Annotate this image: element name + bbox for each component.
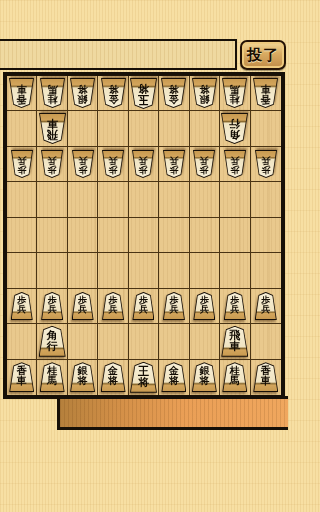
cell-85[interactable] xyxy=(37,218,67,253)
cell-78[interactable] xyxy=(68,324,98,359)
cell-15[interactable] xyxy=(251,218,281,253)
piece-kanji: 角行 xyxy=(39,326,66,357)
piece-kanji: 香車 xyxy=(9,362,34,392)
piece-kanji: 歩兵 xyxy=(163,150,185,178)
cell-88[interactable]: 角行 xyxy=(37,324,67,359)
cell-13[interactable]: 歩兵 xyxy=(251,147,281,182)
piece-lance-gote[interactable]: 香車 xyxy=(253,78,278,108)
piece-kanji: 歩兵 xyxy=(41,292,63,320)
app-screen: 投了 香車桂馬銀将金将玉将金将銀将桂馬香車飛車角行歩兵歩兵歩兵歩兵歩兵歩兵歩兵歩… xyxy=(0,0,288,512)
cell-22[interactable]: 角行 xyxy=(220,111,250,146)
piece-rook-gote[interactable]: 飛車 xyxy=(39,113,66,144)
cell-69[interactable]: 金将 xyxy=(98,360,128,395)
piece-pawn-gote[interactable]: 歩兵 xyxy=(132,150,154,178)
piece-pawn-sente[interactable]: 歩兵 xyxy=(132,292,154,320)
piece-king-gote[interactable]: 玉将 xyxy=(130,78,157,109)
cell-34[interactable] xyxy=(190,182,220,217)
cell-96[interactable] xyxy=(7,253,37,288)
cell-45[interactable] xyxy=(159,218,189,253)
piece-kanji: 銀将 xyxy=(70,78,95,108)
piece-knight-sente[interactable]: 桂馬 xyxy=(40,362,65,392)
cell-84[interactable] xyxy=(37,182,67,217)
piece-kanji: 歩兵 xyxy=(132,150,154,178)
piece-kanji: 桂馬 xyxy=(222,362,247,392)
cell-12[interactable] xyxy=(251,111,281,146)
cell-56[interactable] xyxy=(129,253,159,288)
cell-75[interactable] xyxy=(68,218,98,253)
cell-66[interactable] xyxy=(98,253,128,288)
cell-33[interactable]: 歩兵 xyxy=(190,147,220,182)
piece-silver-gote[interactable]: 銀将 xyxy=(70,78,95,108)
cell-14[interactable] xyxy=(251,182,281,217)
piece-kanji: 金将 xyxy=(161,362,186,392)
piece-kanji: 歩兵 xyxy=(102,292,124,320)
cell-43[interactable]: 歩兵 xyxy=(159,147,189,182)
cell-68[interactable] xyxy=(98,324,128,359)
piece-kanji: 歩兵 xyxy=(255,150,277,178)
piece-gold-sente[interactable]: 金将 xyxy=(161,362,186,392)
piece-kanji: 歩兵 xyxy=(41,150,63,178)
cell-53[interactable]: 歩兵 xyxy=(129,147,159,182)
cell-81[interactable]: 桂馬 xyxy=(37,76,67,111)
piece-lance-sente[interactable]: 香車 xyxy=(9,362,34,392)
cell-47[interactable]: 歩兵 xyxy=(159,289,189,324)
piece-kanji: 飛車 xyxy=(221,326,248,357)
piece-kanji: 桂馬 xyxy=(40,362,65,392)
piece-kanji: 飛車 xyxy=(39,113,66,144)
resign-button[interactable]: 投了 xyxy=(240,40,286,70)
piece-kanji: 歩兵 xyxy=(255,292,277,320)
piece-kanji: 王将 xyxy=(130,362,157,393)
piece-bishop-sente[interactable]: 角行 xyxy=(39,326,66,357)
cell-16[interactable] xyxy=(251,253,281,288)
cell-18[interactable] xyxy=(251,324,281,359)
cell-64[interactable] xyxy=(98,182,128,217)
piece-pawn-sente[interactable]: 歩兵 xyxy=(193,292,215,320)
piece-pawn-sente[interactable]: 歩兵 xyxy=(224,292,246,320)
piece-pawn-sente[interactable]: 歩兵 xyxy=(41,292,63,320)
piece-kanji: 角行 xyxy=(221,113,248,144)
cell-36[interactable] xyxy=(190,253,220,288)
piece-kanji: 歩兵 xyxy=(11,292,33,320)
cell-52[interactable] xyxy=(129,111,159,146)
cell-83[interactable]: 歩兵 xyxy=(37,147,67,182)
cell-82[interactable]: 飛車 xyxy=(37,111,67,146)
cell-65[interactable] xyxy=(98,218,128,253)
cell-89[interactable]: 桂馬 xyxy=(37,360,67,395)
cell-37[interactable]: 歩兵 xyxy=(190,289,220,324)
piece-pawn-gote[interactable]: 歩兵 xyxy=(11,150,33,178)
cell-95[interactable] xyxy=(7,218,37,253)
cell-17[interactable]: 歩兵 xyxy=(251,289,281,324)
cell-76[interactable] xyxy=(68,253,98,288)
cell-38[interactable] xyxy=(190,324,220,359)
piece-rook-sente[interactable]: 飛車 xyxy=(221,326,248,357)
piece-kanji: 桂馬 xyxy=(222,78,247,108)
piece-king-sente[interactable]: 王将 xyxy=(130,362,157,393)
piece-lance-sente[interactable]: 香車 xyxy=(253,362,278,392)
cell-54[interactable] xyxy=(129,182,159,217)
piece-silver-sente[interactable]: 銀将 xyxy=(192,362,217,392)
cell-98[interactable] xyxy=(7,324,37,359)
cell-73[interactable]: 歩兵 xyxy=(68,147,98,182)
piece-kanji: 歩兵 xyxy=(72,150,94,178)
piece-kanji: 金将 xyxy=(161,78,186,108)
cell-55[interactable] xyxy=(129,218,159,253)
piece-pawn-gote[interactable]: 歩兵 xyxy=(224,150,246,178)
cell-71[interactable]: 銀将 xyxy=(68,76,98,111)
piece-kanji: 香車 xyxy=(9,78,34,108)
cell-28[interactable]: 飛車 xyxy=(220,324,250,359)
gote-captured-tray xyxy=(0,39,237,70)
cell-19[interactable]: 香車 xyxy=(251,360,281,395)
piece-kanji: 桂馬 xyxy=(40,78,65,108)
cell-57[interactable]: 歩兵 xyxy=(129,289,159,324)
cell-44[interactable] xyxy=(159,182,189,217)
piece-pawn-sente[interactable]: 歩兵 xyxy=(72,292,94,320)
cell-46[interactable] xyxy=(159,253,189,288)
cell-79[interactable]: 銀将 xyxy=(68,360,98,395)
cell-72[interactable] xyxy=(68,111,98,146)
piece-knight-gote[interactable]: 桂馬 xyxy=(40,78,65,108)
cell-77[interactable]: 歩兵 xyxy=(68,289,98,324)
piece-silver-sente[interactable]: 銀将 xyxy=(70,362,95,392)
piece-kanji: 歩兵 xyxy=(72,292,94,320)
cell-41[interactable]: 金将 xyxy=(159,76,189,111)
piece-kanji: 香車 xyxy=(253,362,278,392)
piece-kanji: 銀将 xyxy=(192,362,217,392)
piece-kanji: 歩兵 xyxy=(224,292,246,320)
piece-kanji: 歩兵 xyxy=(193,292,215,320)
sente-captured-tray xyxy=(57,396,288,430)
piece-pawn-sente[interactable]: 歩兵 xyxy=(255,292,277,320)
cell-62[interactable] xyxy=(98,111,128,146)
cell-61[interactable]: 金将 xyxy=(98,76,128,111)
cell-63[interactable]: 歩兵 xyxy=(98,147,128,182)
cell-35[interactable] xyxy=(190,218,220,253)
piece-pawn-sente[interactable]: 歩兵 xyxy=(11,292,33,320)
piece-gold-gote[interactable]: 金将 xyxy=(101,78,126,108)
piece-kanji: 香車 xyxy=(253,78,278,108)
piece-kanji: 歩兵 xyxy=(11,150,33,178)
piece-lance-gote[interactable]: 香車 xyxy=(9,78,34,108)
cell-48[interactable] xyxy=(159,324,189,359)
cell-58[interactable] xyxy=(129,324,159,359)
shogi-board: 香車桂馬銀将金将玉将金将銀将桂馬香車飛車角行歩兵歩兵歩兵歩兵歩兵歩兵歩兵歩兵歩兵… xyxy=(3,72,285,399)
piece-bishop-gote[interactable]: 角行 xyxy=(221,113,248,144)
piece-kanji: 金将 xyxy=(101,78,126,108)
cell-27[interactable]: 歩兵 xyxy=(220,289,250,324)
piece-kanji: 歩兵 xyxy=(102,150,124,178)
piece-kanji: 銀将 xyxy=(192,78,217,108)
piece-pawn-sente[interactable]: 歩兵 xyxy=(102,292,124,320)
cell-32[interactable] xyxy=(190,111,220,146)
piece-kanji: 歩兵 xyxy=(224,150,246,178)
piece-kanji: 銀将 xyxy=(70,362,95,392)
piece-kanji: 金将 xyxy=(101,362,126,392)
piece-silver-gote[interactable]: 銀将 xyxy=(192,78,217,108)
cell-92[interactable] xyxy=(7,111,37,146)
cell-49[interactable]: 金将 xyxy=(159,360,189,395)
piece-pawn-gote[interactable]: 歩兵 xyxy=(193,150,215,178)
cell-25[interactable] xyxy=(220,218,250,253)
piece-pawn-gote[interactable]: 歩兵 xyxy=(41,150,63,178)
cell-21[interactable]: 桂馬 xyxy=(220,76,250,111)
cell-87[interactable]: 歩兵 xyxy=(37,289,67,324)
cell-39[interactable]: 銀将 xyxy=(190,360,220,395)
cell-29[interactable]: 桂馬 xyxy=(220,360,250,395)
cell-59[interactable]: 王将 xyxy=(129,360,159,395)
cell-97[interactable]: 歩兵 xyxy=(7,289,37,324)
piece-pawn-sente[interactable]: 歩兵 xyxy=(163,292,185,320)
piece-gold-sente[interactable]: 金将 xyxy=(101,362,126,392)
cell-91[interactable]: 香車 xyxy=(7,76,37,111)
piece-kanji: 歩兵 xyxy=(132,292,154,320)
piece-kanji: 玉将 xyxy=(130,78,157,109)
piece-pawn-gote[interactable]: 歩兵 xyxy=(102,150,124,178)
piece-kanji: 歩兵 xyxy=(193,150,215,178)
cell-67[interactable]: 歩兵 xyxy=(98,289,128,324)
cell-94[interactable] xyxy=(7,182,37,217)
piece-pawn-gote[interactable]: 歩兵 xyxy=(255,150,277,178)
cell-11[interactable]: 香車 xyxy=(251,76,281,111)
piece-pawn-gote[interactable]: 歩兵 xyxy=(163,150,185,178)
cell-51[interactable]: 玉将 xyxy=(129,76,159,111)
piece-pawn-gote[interactable]: 歩兵 xyxy=(72,150,94,178)
cell-24[interactable] xyxy=(220,182,250,217)
cell-93[interactable]: 歩兵 xyxy=(7,147,37,182)
cell-86[interactable] xyxy=(37,253,67,288)
cell-42[interactable] xyxy=(159,111,189,146)
cell-31[interactable]: 銀将 xyxy=(190,76,220,111)
piece-kanji: 歩兵 xyxy=(163,292,185,320)
cell-23[interactable]: 歩兵 xyxy=(220,147,250,182)
cell-99[interactable]: 香車 xyxy=(7,360,37,395)
cell-74[interactable] xyxy=(68,182,98,217)
cell-26[interactable] xyxy=(220,253,250,288)
piece-gold-gote[interactable]: 金将 xyxy=(161,78,186,108)
piece-knight-sente[interactable]: 桂馬 xyxy=(222,362,247,392)
piece-knight-gote[interactable]: 桂馬 xyxy=(222,78,247,108)
